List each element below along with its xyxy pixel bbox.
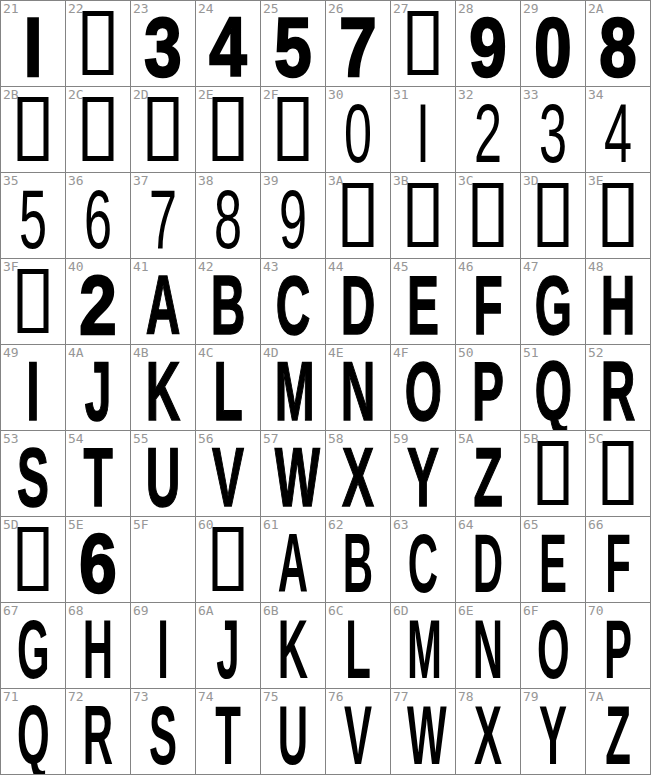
glyph-cell-61[interactable]: 61A: [261, 517, 326, 603]
glyph-cell-4C[interactable]: 4CL: [196, 345, 261, 431]
glyph-cell-48[interactable]: 48H: [586, 259, 651, 345]
cell-hex-code-label: 27: [393, 1, 409, 16]
glyph-cell-5C[interactable]: 5C: [586, 431, 651, 517]
notdef-box-glyph: [408, 183, 439, 247]
glyph-cell-2D[interactable]: 2D: [131, 87, 196, 173]
glyph-cell-5A[interactable]: 5AZ: [456, 431, 521, 517]
glyph-cell-52[interactable]: 52R: [586, 345, 651, 431]
cell-hex-code-label: 5D: [3, 517, 19, 532]
glyph-char: D: [340, 263, 376, 345]
glyph-cell-59[interactable]: 59Y: [391, 431, 456, 517]
glyph-cell-2E[interactable]: 2E: [196, 87, 261, 173]
glyph-cell-73[interactable]: 73S: [131, 689, 196, 775]
glyph-char: 9: [274, 177, 312, 259]
glyph-cell-62[interactable]: 62B: [326, 517, 391, 603]
glyph-char: I: [15, 349, 51, 431]
glyph-cell-24[interactable]: 244: [196, 1, 261, 87]
glyph-char: 6: [79, 177, 117, 259]
notdef-box-glyph: [18, 527, 49, 591]
glyph-cell-6D[interactable]: 6DM: [391, 603, 456, 689]
glyph-char: A: [277, 521, 309, 603]
glyph-char: L: [210, 349, 246, 431]
glyph-char: 4: [599, 91, 637, 173]
notdef-box-glyph: [603, 441, 634, 505]
notdef-box-glyph: [538, 183, 569, 247]
glyph-cell-64[interactable]: 64D: [456, 517, 521, 603]
glyph-char: J: [212, 607, 244, 689]
notdef-box-glyph: [603, 183, 634, 247]
glyph-cell-66[interactable]: 66F: [586, 517, 651, 603]
glyph-cell-37[interactable]: 377: [131, 173, 196, 259]
glyph-cell-3B[interactable]: 3B: [391, 173, 456, 259]
glyph-cell-76[interactable]: 76V: [326, 689, 391, 775]
glyph-char: 9: [462, 5, 513, 87]
glyph-char: W: [407, 693, 439, 775]
glyph-cell-5B[interactable]: 5B: [521, 431, 586, 517]
glyph-char: 7: [144, 177, 182, 259]
glyph-cell-53[interactable]: 53S: [1, 431, 66, 517]
glyph-cell-3C[interactable]: 3C: [456, 173, 521, 259]
glyph-char: I: [147, 607, 179, 689]
glyph-char: V: [342, 693, 374, 775]
glyph-char: 2: [469, 91, 507, 173]
notdef-box-glyph: [18, 269, 49, 333]
glyph-cell-3D[interactable]: 3D: [521, 173, 586, 259]
glyph-char: 3: [137, 5, 188, 87]
cell-hex-code-label: 2D: [133, 87, 149, 102]
glyph-char: D: [472, 521, 504, 603]
cell-hex-code-label: 3A: [328, 173, 344, 188]
glyph-cell-49[interactable]: 49I: [1, 345, 66, 431]
cell-hex-code-label: 2B: [3, 87, 19, 102]
glyph-cell-63[interactable]: 63C: [391, 517, 456, 603]
notdef-box-glyph: [83, 11, 114, 75]
glyph-char: 8: [592, 5, 643, 87]
glyph-char: K: [277, 607, 309, 689]
notdef-box-glyph: [148, 97, 179, 161]
notdef-box-glyph: [213, 97, 244, 161]
glyph-char: 3: [534, 91, 572, 173]
cell-hex-code-label: 3C: [458, 173, 474, 188]
glyph-cell-22[interactable]: 22: [66, 1, 131, 87]
glyph-char: K: [145, 349, 181, 431]
glyph-cell-57[interactable]: 57W: [261, 431, 326, 517]
cell-hex-code-label: 5B: [523, 431, 539, 446]
character-map-grid: 21I22233244255267272892902A82B2C2D2E2F30…: [0, 0, 651, 775]
glyph-cell-6C[interactable]: 6CL: [326, 603, 391, 689]
glyph-cell-33[interactable]: 333: [521, 87, 586, 173]
glyph-cell-3A[interactable]: 3A: [326, 173, 391, 259]
glyph-char: B: [342, 521, 374, 603]
glyph-char: T: [80, 435, 116, 517]
glyph-cell-38[interactable]: 388: [196, 173, 261, 259]
glyph-char: Q: [535, 349, 571, 431]
glyph-char: W: [275, 435, 311, 517]
glyph-cell-7A[interactable]: 7AZ: [586, 689, 651, 775]
glyph-char: R: [600, 349, 636, 431]
glyph-cell-4B[interactable]: 4BK: [131, 345, 196, 431]
glyph-cell-75[interactable]: 75U: [261, 689, 326, 775]
glyph-cell-68[interactable]: 68H: [66, 603, 131, 689]
cell-hex-code-label: 60: [198, 517, 214, 532]
glyph-cell-23[interactable]: 233: [131, 1, 196, 87]
glyph-char: 4: [202, 5, 253, 87]
glyph-char: O: [537, 607, 569, 689]
glyph-cell-67[interactable]: 67G: [1, 603, 66, 689]
glyph-cell-6F[interactable]: 6FO: [521, 603, 586, 689]
glyph-cell-4E[interactable]: 4EN: [326, 345, 391, 431]
glyph-cell-46[interactable]: 46F: [456, 259, 521, 345]
glyph-char: V: [210, 435, 246, 517]
glyph-cell-39[interactable]: 399: [261, 173, 326, 259]
glyph-cell-6E[interactable]: 6EN: [456, 603, 521, 689]
cell-hex-code-label: 3D: [523, 173, 539, 188]
glyph-char: U: [145, 435, 181, 517]
glyph-cell-2B[interactable]: 2B: [1, 87, 66, 173]
glyph-cell-77[interactable]: 77W: [391, 689, 456, 775]
notdef-box-glyph: [473, 183, 504, 247]
glyph-char: L: [342, 607, 374, 689]
glyph-char: S: [147, 693, 179, 775]
glyph-char: S: [15, 435, 51, 517]
glyph-cell-27[interactable]: 27: [391, 1, 456, 87]
glyph-char: P: [470, 349, 506, 431]
cell-hex-code-label: 2F: [263, 87, 279, 102]
notdef-box-glyph: [213, 527, 244, 591]
glyph-cell-70[interactable]: 70P: [586, 603, 651, 689]
notdef-box-glyph: [18, 97, 49, 161]
notdef-box-glyph: [343, 183, 374, 247]
glyph-char: O: [405, 349, 441, 431]
glyph-char: 7: [332, 5, 383, 87]
glyph-char: Z: [602, 693, 634, 775]
glyph-char: C: [407, 521, 439, 603]
glyph-char: H: [82, 607, 114, 689]
glyph-char: F: [470, 263, 506, 345]
glyph-cell-65[interactable]: 65E: [521, 517, 586, 603]
notdef-box-glyph: [83, 97, 114, 161]
notdef-box-glyph: [538, 441, 569, 505]
glyph-cell-30[interactable]: 300: [326, 87, 391, 173]
glyph-cell-21[interactable]: 21I: [1, 1, 66, 87]
glyph-cell-79[interactable]: 79Y: [521, 689, 586, 775]
glyph-cell-2C[interactable]: 2C: [66, 87, 131, 173]
glyph-char: M: [407, 607, 439, 689]
glyph-char: N: [472, 607, 504, 689]
glyph-char: G: [17, 607, 49, 689]
glyph-cell-78[interactable]: 78X: [456, 689, 521, 775]
glyph-cell-44[interactable]: 44D: [326, 259, 391, 345]
glyph-cell-6B[interactable]: 6BK: [261, 603, 326, 689]
glyph-cell-56[interactable]: 56V: [196, 431, 261, 517]
glyph-cell-54[interactable]: 54T: [66, 431, 131, 517]
glyph-cell-58[interactable]: 58X: [326, 431, 391, 517]
glyph-cell-25[interactable]: 255: [261, 1, 326, 87]
glyph-char: B: [210, 263, 246, 345]
glyph-cell-55[interactable]: 55U: [131, 431, 196, 517]
glyph-cell-51[interactable]: 51Q: [521, 345, 586, 431]
glyph-char: C: [275, 263, 311, 345]
glyph-cell-32[interactable]: 322: [456, 87, 521, 173]
glyph-char: I: [404, 91, 442, 173]
glyph-cell-74[interactable]: 74T: [196, 689, 261, 775]
glyph-cell-35[interactable]: 355: [1, 173, 66, 259]
glyph-cell-45[interactable]: 45E: [391, 259, 456, 345]
glyph-cell-3E[interactable]: 3E: [586, 173, 651, 259]
glyph-cell-72[interactable]: 72R: [66, 689, 131, 775]
cell-hex-code-label: 2C: [68, 87, 84, 102]
glyph-cell-4A[interactable]: 4AJ: [66, 345, 131, 431]
notdef-box-glyph: [278, 97, 309, 161]
cell-hex-code-label: 5F: [133, 517, 149, 532]
cell-hex-code-label: 2E: [198, 87, 214, 102]
glyph-cell-28[interactable]: 289: [456, 1, 521, 87]
glyph-cell-2F[interactable]: 2F: [261, 87, 326, 173]
glyph-cell-41[interactable]: 41A: [131, 259, 196, 345]
cell-hex-code-label: 5C: [588, 431, 604, 446]
glyph-cell-50[interactable]: 50P: [456, 345, 521, 431]
glyph-cell-3F[interactable]: 3F: [1, 259, 66, 345]
glyph-cell-5E[interactable]: 5E6: [66, 517, 131, 603]
glyph-char: H: [600, 263, 636, 345]
cell-hex-code-label: 22: [68, 1, 84, 16]
glyph-char: A: [145, 263, 181, 345]
glyph-char: J: [80, 349, 116, 431]
glyph-char: E: [405, 263, 441, 345]
glyph-char: 6: [72, 521, 123, 603]
glyph-cell-4F[interactable]: 4FO: [391, 345, 456, 431]
glyph-char: Y: [405, 435, 441, 517]
glyph-cell-36[interactable]: 366: [66, 173, 131, 259]
glyph-cell-2A[interactable]: 2A8: [586, 1, 651, 87]
glyph-char: 8: [209, 177, 247, 259]
glyph-char: 0: [339, 91, 377, 173]
glyph-cell-71[interactable]: 71Q: [1, 689, 66, 775]
glyph-cell-60[interactable]: 60: [196, 517, 261, 603]
glyph-cell-34[interactable]: 344: [586, 87, 651, 173]
glyph-cell-6A[interactable]: 6AJ: [196, 603, 261, 689]
glyph-char: Z: [470, 435, 506, 517]
glyph-char: Q: [17, 693, 49, 775]
glyph-cell-69[interactable]: 69I: [131, 603, 196, 689]
glyph-cell-26[interactable]: 267: [326, 1, 391, 87]
glyph-char: 2: [72, 263, 123, 345]
glyph-char: Y: [537, 693, 569, 775]
glyph-char: E: [537, 521, 569, 603]
glyph-char: U: [277, 693, 309, 775]
glyph-cell-5F[interactable]: 5F: [131, 517, 196, 603]
glyph-char: 0: [527, 5, 578, 87]
glyph-char: R: [82, 693, 114, 775]
glyph-char: T: [212, 693, 244, 775]
glyph-cell-31[interactable]: 31I: [391, 87, 456, 173]
glyph-cell-40[interactable]: 402: [66, 259, 131, 345]
glyph-char: P: [602, 607, 634, 689]
glyph-char: F: [602, 521, 634, 603]
glyph-cell-29[interactable]: 290: [521, 1, 586, 87]
glyph-char: M: [275, 349, 311, 431]
glyph-char: X: [472, 693, 504, 775]
glyph-char: I: [7, 5, 58, 87]
glyph-cell-43[interactable]: 43C: [261, 259, 326, 345]
cell-hex-code-label: 3E: [588, 173, 604, 188]
cell-hex-code-label: 3B: [393, 173, 409, 188]
glyph-char: G: [535, 263, 571, 345]
glyph-cell-47[interactable]: 47G: [521, 259, 586, 345]
notdef-box-glyph: [408, 11, 439, 75]
glyph-cell-5D[interactable]: 5D: [1, 517, 66, 603]
glyph-cell-4D[interactable]: 4DM: [261, 345, 326, 431]
glyph-char: X: [340, 435, 376, 517]
glyph-char: 5: [267, 5, 318, 87]
glyph-char: 5: [14, 177, 52, 259]
cell-hex-code-label: 3F: [3, 259, 19, 274]
glyph-char: N: [340, 349, 376, 431]
glyph-cell-42[interactable]: 42B: [196, 259, 261, 345]
